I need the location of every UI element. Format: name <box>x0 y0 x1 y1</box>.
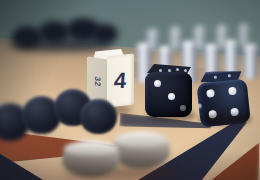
silver-checker-stack[interactable] <box>239 24 249 46</box>
pewter-checker[interactable] <box>112 131 170 169</box>
doubling-cube-face-4[interactable]: 4 <box>107 54 134 108</box>
cube-front-value: 4 <box>113 67 127 94</box>
right-die-shadow <box>198 114 252 125</box>
cube-side-value: 32 <box>93 76 102 87</box>
backgammon-photo-scene: 32 4 <box>0 0 260 180</box>
pewter-checker[interactable] <box>62 140 120 177</box>
silver-checker-stack[interactable] <box>170 27 181 50</box>
far-dark-checker[interactable] <box>38 21 70 43</box>
far-dark-checker[interactable] <box>92 24 118 44</box>
die-left-value-3[interactable] <box>145 72 192 117</box>
dark-checker[interactable] <box>80 99 117 134</box>
